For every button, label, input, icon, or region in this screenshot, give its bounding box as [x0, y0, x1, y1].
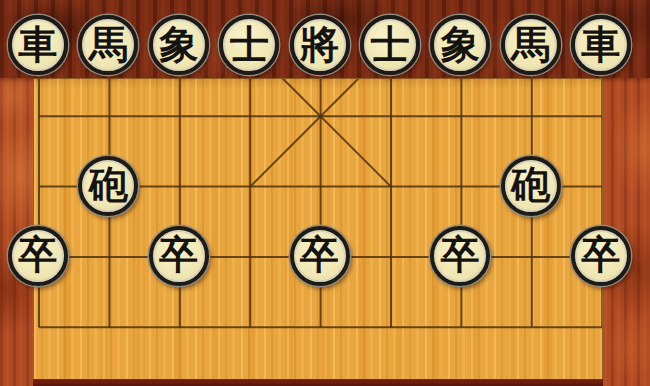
black-elephant-piece[interactable]: 象 — [149, 15, 209, 75]
black-cannon-piece[interactable]: 砲 — [501, 156, 561, 216]
black-soldier-glyph: 卒 — [159, 235, 198, 274]
intersection-file3-rank1[interactable] — [144, 80, 214, 150]
intersection-file7-rank2[interactable] — [425, 150, 495, 220]
intersection-file8-rank4[interactable] — [496, 291, 566, 361]
intersection-file5-rank0[interactable]: 將 — [284, 10, 354, 80]
black-elephant-piece[interactable]: 象 — [430, 15, 490, 75]
intersection-file1-rank0[interactable]: 車 — [3, 10, 73, 80]
intersection-file7-rank3[interactable]: 卒 — [425, 221, 495, 291]
intersection-file3-rank3[interactable]: 卒 — [144, 221, 214, 291]
black-soldier-glyph: 卒 — [300, 235, 339, 274]
intersection-file3-rank4[interactable] — [144, 291, 214, 361]
intersection-file1-rank3[interactable]: 卒 — [3, 221, 73, 291]
intersection-file4-rank0[interactable]: 士 — [214, 10, 284, 80]
black-elephant-glyph: 象 — [159, 25, 198, 64]
intersection-file6-rank0[interactable]: 士 — [355, 10, 425, 80]
intersection-file2-rank2[interactable]: 砲 — [73, 150, 143, 220]
intersection-file9-rank0[interactable]: 車 — [566, 10, 636, 80]
black-general-piece[interactable]: 將 — [290, 15, 350, 75]
intersection-file4-rank2[interactable] — [214, 150, 284, 220]
intersection-file9-rank3[interactable]: 卒 — [566, 221, 636, 291]
intersection-file2-rank0[interactable]: 馬 — [73, 10, 143, 80]
intersection-file9-rank1[interactable] — [566, 80, 636, 150]
black-horse-piece[interactable]: 馬 — [501, 15, 561, 75]
intersection-file2-rank1[interactable] — [73, 80, 143, 150]
intersection-file4-rank3[interactable] — [214, 221, 284, 291]
intersection-file6-rank4[interactable] — [355, 291, 425, 361]
intersection-file6-rank2[interactable] — [355, 150, 425, 220]
black-soldier-piece[interactable]: 卒 — [290, 226, 350, 286]
black-elephant-glyph: 象 — [441, 25, 480, 64]
intersection-file6-rank1[interactable] — [355, 80, 425, 150]
black-cannon-glyph: 砲 — [511, 165, 550, 204]
black-horse-piece[interactable]: 馬 — [78, 15, 138, 75]
black-cannon-glyph: 砲 — [89, 165, 128, 204]
intersection-file4-rank1[interactable] — [214, 80, 284, 150]
intersection-file3-rank0[interactable]: 象 — [144, 10, 214, 80]
intersection-file8-rank3[interactable] — [496, 221, 566, 291]
black-chariot-piece[interactable]: 車 — [571, 15, 631, 75]
intersection-file4-rank4[interactable] — [214, 291, 284, 361]
intersection-file7-rank4[interactable] — [425, 291, 495, 361]
intersection-file1-rank1[interactable] — [3, 80, 73, 150]
intersection-file7-rank0[interactable]: 象 — [425, 10, 495, 80]
intersection-file2-rank4[interactable] — [73, 291, 143, 361]
intersection-file5-rank1[interactable] — [284, 80, 354, 150]
intersection-file1-rank2[interactable] — [3, 150, 73, 220]
xiangqi-board: 車馬象士將士象馬車砲砲卒卒卒卒卒 — [0, 0, 650, 386]
black-chariot-piece[interactable]: 車 — [8, 15, 68, 75]
intersection-file9-rank4[interactable] — [566, 291, 636, 361]
black-soldier-piece[interactable]: 卒 — [571, 226, 631, 286]
black-horse-glyph: 馬 — [511, 25, 550, 64]
intersection-file3-rank2[interactable] — [144, 150, 214, 220]
black-soldier-glyph: 卒 — [441, 235, 480, 274]
intersection-file2-rank3[interactable] — [73, 221, 143, 291]
black-chariot-glyph: 車 — [582, 25, 621, 64]
intersection-file5-rank2[interactable] — [284, 150, 354, 220]
black-chariot-glyph: 車 — [18, 25, 57, 64]
intersection-file8-rank1[interactable] — [496, 80, 566, 150]
black-general-glyph: 將 — [300, 25, 339, 64]
black-advisor-piece[interactable]: 士 — [219, 15, 279, 75]
intersection-file5-rank3[interactable]: 卒 — [284, 221, 354, 291]
black-cannon-piece[interactable]: 砲 — [78, 156, 138, 216]
intersection-file5-rank4[interactable] — [284, 291, 354, 361]
intersection-file1-rank4[interactable] — [3, 291, 73, 361]
black-soldier-glyph: 卒 — [582, 235, 621, 274]
black-soldier-piece[interactable]: 卒 — [149, 226, 209, 286]
black-soldier-glyph: 卒 — [18, 235, 57, 274]
intersection-file7-rank1[interactable] — [425, 80, 495, 150]
intersection-file9-rank2[interactable] — [566, 150, 636, 220]
intersection-file6-rank3[interactable] — [355, 221, 425, 291]
black-horse-glyph: 馬 — [89, 25, 128, 64]
black-advisor-glyph: 士 — [230, 25, 269, 64]
intersection-file8-rank0[interactable]: 馬 — [496, 10, 566, 80]
black-advisor-piece[interactable]: 士 — [360, 15, 420, 75]
black-soldier-piece[interactable]: 卒 — [8, 226, 68, 286]
black-soldier-piece[interactable]: 卒 — [430, 226, 490, 286]
board-bottom-edge — [33, 379, 603, 386]
black-advisor-glyph: 士 — [370, 25, 409, 64]
board-intersections-grid: 車馬象士將士象馬車砲砲卒卒卒卒卒 — [3, 10, 637, 362]
intersection-file8-rank2[interactable]: 砲 — [496, 150, 566, 220]
